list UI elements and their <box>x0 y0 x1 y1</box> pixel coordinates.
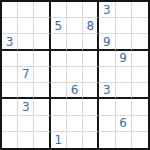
sudoku-cell-r5c9[interactable] <box>132 67 148 83</box>
sudoku-cell-r5c3[interactable] <box>34 67 50 83</box>
sudoku-cell-r9c9[interactable] <box>132 132 148 148</box>
sudoku-cell-r8c2[interactable] <box>18 116 34 132</box>
sudoku-cell-r3c7[interactable]: 9 <box>99 34 115 50</box>
sudoku-cell-r6c5[interactable]: 6 <box>67 83 83 99</box>
sudoku-cell-r2c9[interactable] <box>132 18 148 34</box>
given-digit: 6 <box>119 117 127 129</box>
given-digit: 9 <box>119 52 127 64</box>
sudoku-cell-r9c2[interactable] <box>18 132 34 148</box>
sudoku-cell-r1c7[interactable]: 3 <box>99 2 115 18</box>
sudoku-cell-r1c9[interactable] <box>132 2 148 18</box>
sudoku-cell-r6c3[interactable] <box>34 83 50 99</box>
sudoku-cell-r5c5[interactable] <box>67 67 83 83</box>
sudoku-cell-r7c6[interactable] <box>83 99 99 115</box>
sudoku-cell-r6c9[interactable] <box>132 83 148 99</box>
sudoku-cell-r7c9[interactable] <box>132 99 148 115</box>
sudoku-cell-r8c5[interactable] <box>67 116 83 132</box>
sudoku-cell-r2c3[interactable] <box>34 18 50 34</box>
sudoku-cell-r6c7[interactable]: 3 <box>99 83 115 99</box>
sudoku-cell-r7c8[interactable] <box>116 99 132 115</box>
sudoku-cell-r7c7[interactable] <box>99 99 115 115</box>
sudoku-cell-r4c5[interactable] <box>67 51 83 67</box>
sudoku-cell-r4c8[interactable]: 9 <box>116 51 132 67</box>
sudoku-cell-r9c8[interactable] <box>116 132 132 148</box>
sudoku-cell-r7c4[interactable] <box>51 99 67 115</box>
sudoku-cell-r3c9[interactable] <box>132 34 148 50</box>
sudoku-cell-r1c2[interactable] <box>18 2 34 18</box>
sudoku-cell-r3c4[interactable] <box>51 34 67 50</box>
sudoku-cell-r6c1[interactable] <box>2 83 18 99</box>
sudoku-cell-r3c1[interactable]: 3 <box>2 34 18 50</box>
sudoku-cell-r3c8[interactable] <box>116 34 132 50</box>
sudoku-cell-r6c4[interactable] <box>51 83 67 99</box>
sudoku-board: 358399763361 <box>0 0 150 150</box>
sudoku-cell-r8c1[interactable] <box>2 116 18 132</box>
sudoku-cell-r4c6[interactable] <box>83 51 99 67</box>
sudoku-cell-r7c3[interactable] <box>34 99 50 115</box>
sudoku-cell-r6c2[interactable] <box>18 83 34 99</box>
sudoku-cell-r3c2[interactable] <box>18 34 34 50</box>
sudoku-cell-r5c6[interactable] <box>83 67 99 83</box>
sudoku-cell-r5c7[interactable] <box>99 67 115 83</box>
sudoku-cell-r9c6[interactable] <box>83 132 99 148</box>
sudoku-cell-r4c1[interactable] <box>2 51 18 67</box>
sudoku-cell-r1c6[interactable] <box>83 2 99 18</box>
sudoku-cell-r2c8[interactable] <box>116 18 132 34</box>
given-digit: 5 <box>54 20 62 32</box>
sudoku-cell-r3c3[interactable] <box>34 34 50 50</box>
sudoku-cell-r7c2[interactable]: 3 <box>18 99 34 115</box>
sudoku-cell-r1c5[interactable] <box>67 2 83 18</box>
given-digit: 3 <box>22 101 30 113</box>
sudoku-cell-r9c7[interactable] <box>99 132 115 148</box>
sudoku-cell-r8c9[interactable] <box>132 116 148 132</box>
sudoku-cell-r2c5[interactable] <box>67 18 83 34</box>
sudoku-cell-r2c6[interactable]: 8 <box>83 18 99 34</box>
given-digit: 1 <box>54 134 62 146</box>
sudoku-cell-r5c4[interactable] <box>51 67 67 83</box>
sudoku-cell-r6c6[interactable] <box>83 83 99 99</box>
sudoku-cell-r4c9[interactable] <box>132 51 148 67</box>
sudoku-cell-r5c2[interactable]: 7 <box>18 67 34 83</box>
sudoku-cell-r8c6[interactable] <box>83 116 99 132</box>
sudoku-cell-r7c5[interactable] <box>67 99 83 115</box>
given-digit: 8 <box>86 20 94 32</box>
given-digit: 6 <box>71 84 79 96</box>
sudoku-cell-r3c5[interactable] <box>67 34 83 50</box>
sudoku-cell-r9c3[interactable] <box>34 132 50 148</box>
sudoku-cell-r1c4[interactable] <box>51 2 67 18</box>
sudoku-cell-r8c8[interactable]: 6 <box>116 116 132 132</box>
sudoku-cell-r2c7[interactable] <box>99 18 115 34</box>
sudoku-cell-r4c2[interactable] <box>18 51 34 67</box>
sudoku-cell-r9c4[interactable]: 1 <box>51 132 67 148</box>
sudoku-cell-r8c7[interactable] <box>99 116 115 132</box>
sudoku-cell-r2c2[interactable] <box>18 18 34 34</box>
sudoku-cell-r3c6[interactable] <box>83 34 99 50</box>
sudoku-cell-r9c5[interactable] <box>67 132 83 148</box>
sudoku-cell-r5c1[interactable] <box>2 67 18 83</box>
sudoku-cell-r4c7[interactable] <box>99 51 115 67</box>
sudoku-cell-r1c3[interactable] <box>34 2 50 18</box>
sudoku-cell-r4c3[interactable] <box>34 51 50 67</box>
sudoku-cell-r1c1[interactable] <box>2 2 18 18</box>
sudoku-cell-r2c1[interactable] <box>2 18 18 34</box>
sudoku-cell-r1c8[interactable] <box>116 2 132 18</box>
given-digit: 3 <box>6 36 14 48</box>
sudoku-cell-r8c3[interactable] <box>34 116 50 132</box>
sudoku-cell-r8c4[interactable] <box>51 116 67 132</box>
given-digit: 3 <box>103 84 111 96</box>
sudoku-cell-r7c1[interactable] <box>2 99 18 115</box>
sudoku-cell-r6c8[interactable] <box>116 83 132 99</box>
given-digit: 3 <box>103 4 111 16</box>
sudoku-cell-r5c8[interactable] <box>116 67 132 83</box>
sudoku-cell-r2c4[interactable]: 5 <box>51 18 67 34</box>
sudoku-cell-r4c4[interactable] <box>51 51 67 67</box>
given-digit: 9 <box>103 36 111 48</box>
sudoku-cell-r9c1[interactable] <box>2 132 18 148</box>
given-digit: 7 <box>22 68 30 80</box>
